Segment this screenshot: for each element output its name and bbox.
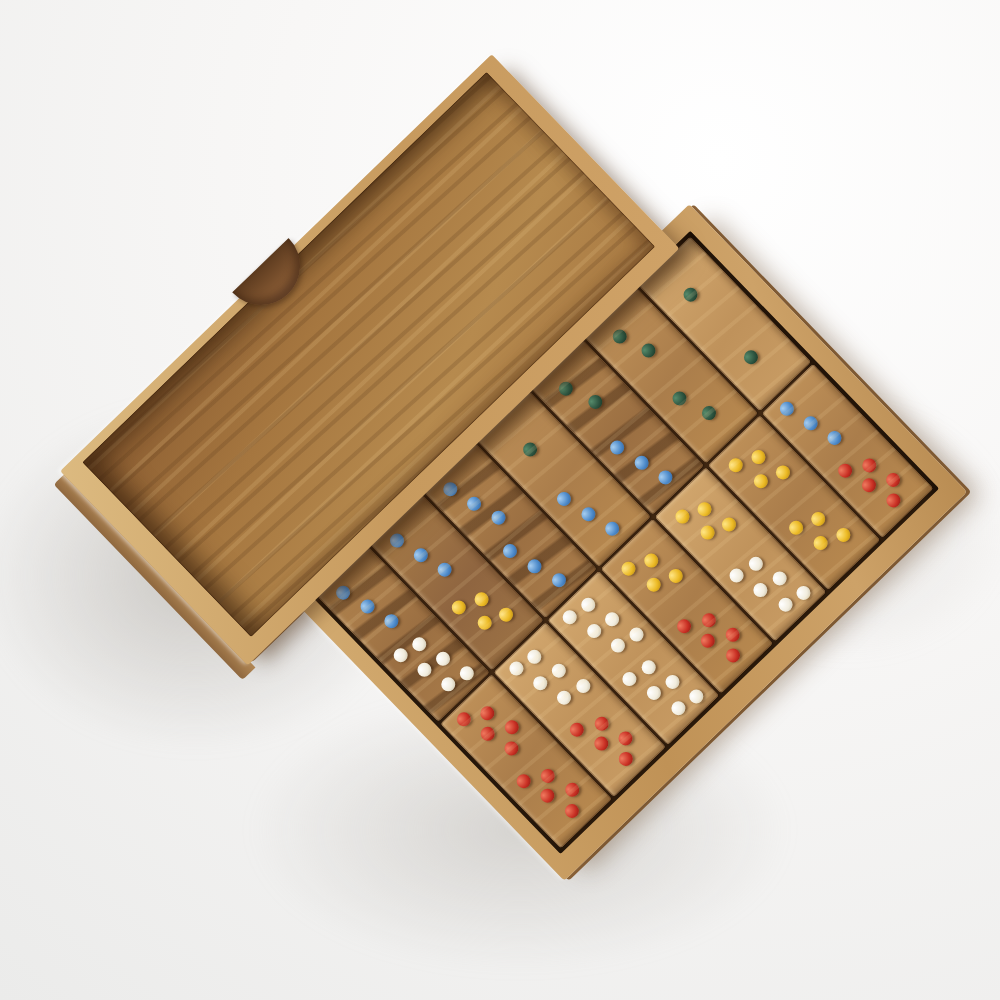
pip-blue — [602, 519, 622, 539]
pip-white — [639, 658, 659, 678]
pip-white — [578, 595, 598, 615]
pip-green — [680, 285, 700, 305]
pip-white — [554, 687, 574, 707]
pip-blue — [578, 504, 598, 524]
pip-blue — [554, 490, 574, 510]
pip-red — [883, 490, 903, 510]
pip-white — [433, 649, 453, 669]
pip-yellow — [672, 507, 692, 527]
pip-yellow — [471, 589, 491, 609]
pip-yellow — [773, 463, 793, 483]
pip-white — [506, 658, 526, 678]
pip-blue — [549, 570, 569, 590]
pip-blue — [387, 531, 407, 551]
pip-white — [573, 676, 593, 696]
pip-red — [454, 709, 474, 729]
pip-yellow — [833, 525, 853, 545]
pip-red — [835, 461, 855, 481]
pip-blue — [488, 508, 508, 528]
pip-green — [520, 440, 540, 460]
pip-white — [770, 569, 790, 589]
pip-white — [530, 673, 550, 693]
pip-blue — [777, 399, 797, 419]
pip-green — [639, 340, 659, 360]
pip-red — [538, 766, 558, 786]
pip-yellow — [719, 515, 739, 535]
pip-white — [687, 687, 707, 707]
pip-white — [727, 566, 747, 586]
pip-blue — [525, 556, 545, 576]
pip-white — [794, 583, 814, 603]
pip-red — [478, 703, 498, 723]
pip-white — [525, 647, 545, 667]
pip-blue — [608, 438, 628, 458]
pip-blue — [464, 493, 484, 513]
pip-white — [457, 663, 477, 683]
pip-red — [538, 786, 558, 806]
pip-yellow — [697, 523, 717, 543]
pip-yellow — [474, 613, 494, 633]
pip-red — [699, 631, 719, 651]
pip-red — [859, 476, 879, 496]
pip-red — [591, 734, 611, 754]
pip-white — [409, 634, 429, 654]
pip-red — [723, 625, 743, 645]
pip-yellow — [666, 566, 686, 586]
pip-white — [390, 646, 410, 666]
pip-green — [670, 389, 690, 409]
pip-red — [883, 470, 903, 490]
pip-red — [567, 720, 587, 740]
pip-blue — [825, 428, 845, 448]
pip-red — [502, 718, 522, 738]
pip-yellow — [811, 533, 831, 553]
pip-yellow — [619, 559, 639, 579]
pip-blue — [381, 611, 401, 631]
pip-yellow — [751, 471, 771, 491]
pip-white — [746, 554, 766, 574]
pip-blue — [656, 467, 676, 487]
domino-box-assembly — [0, 0, 1000, 1000]
pip-red — [562, 801, 582, 821]
pip-white — [414, 660, 434, 680]
pip-yellow — [644, 574, 664, 594]
pip-yellow — [808, 510, 828, 530]
pip-white — [608, 636, 628, 656]
pip-yellow — [748, 447, 768, 467]
pip-blue — [632, 452, 652, 472]
pip-red — [615, 749, 635, 769]
pip-red — [592, 714, 612, 734]
pip-white — [626, 624, 646, 644]
pip-red — [675, 616, 695, 636]
pip-blue — [411, 545, 431, 565]
pip-white — [602, 610, 622, 630]
pip-green — [556, 378, 576, 398]
pip-yellow — [694, 499, 714, 519]
pip-blue — [333, 582, 353, 602]
pip-yellow — [449, 597, 469, 617]
pip-red — [859, 456, 879, 476]
pip-white — [584, 621, 604, 641]
pip-white — [620, 669, 640, 689]
pip-white — [549, 661, 569, 681]
pip-blue — [357, 597, 377, 617]
pip-red — [723, 645, 743, 665]
pip-blue — [435, 560, 455, 580]
pip-green — [741, 347, 761, 367]
pip-blue — [501, 541, 521, 561]
pip-red — [478, 724, 498, 744]
pip-red — [514, 771, 534, 791]
pip-blue — [801, 414, 821, 434]
pip-white — [560, 607, 580, 627]
product-photo-scene — [0, 0, 1000, 1000]
pip-red — [699, 611, 719, 631]
pip-green — [610, 327, 630, 347]
pip-red — [562, 780, 582, 800]
pip-white — [668, 698, 688, 718]
pip-green — [699, 403, 719, 423]
pip-white — [751, 580, 771, 600]
pip-white — [775, 595, 795, 615]
pip-white — [644, 684, 664, 704]
pip-red — [616, 729, 636, 749]
pip-green — [585, 392, 605, 412]
pip-yellow — [641, 551, 661, 571]
pip-white — [438, 675, 458, 695]
pip-yellow — [786, 518, 806, 538]
pip-yellow — [726, 455, 746, 475]
pip-white — [663, 672, 683, 692]
pip-red — [502, 738, 522, 758]
pip-yellow — [496, 605, 516, 625]
pip-blue — [440, 479, 460, 499]
